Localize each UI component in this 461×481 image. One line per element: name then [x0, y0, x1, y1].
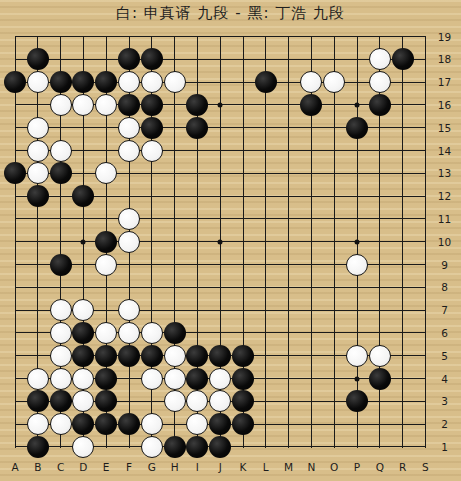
column-label: Q	[376, 461, 384, 472]
row-label: 13	[438, 168, 451, 179]
star-point	[355, 239, 360, 244]
row-label: 7	[441, 305, 448, 316]
row-label: 3	[441, 396, 448, 407]
white-stone	[95, 322, 117, 344]
white-stone	[118, 208, 140, 230]
white-stone	[50, 368, 72, 390]
white-stone	[72, 390, 94, 412]
black-stone	[232, 368, 254, 390]
white-stone	[141, 71, 163, 93]
black-stone	[72, 345, 94, 367]
black-stone	[4, 162, 26, 184]
white-stone	[50, 345, 72, 367]
black-stone	[232, 390, 254, 412]
white-stone	[186, 413, 208, 435]
column-label: G	[148, 461, 156, 472]
white-stone	[209, 390, 231, 412]
white-stone	[27, 413, 49, 435]
grid-line-vertical	[425, 37, 426, 448]
white-stone	[164, 71, 186, 93]
grid-line-vertical	[288, 37, 289, 448]
black-stone	[95, 71, 117, 93]
column-label: A	[11, 461, 18, 472]
black-stone	[141, 345, 163, 367]
black-stone	[50, 162, 72, 184]
column-label: S	[422, 461, 429, 472]
white-stone	[141, 413, 163, 435]
grid-line-horizontal	[15, 59, 426, 60]
row-label: 16	[438, 99, 451, 110]
black-stone	[255, 71, 277, 93]
black-stone	[118, 48, 140, 70]
column-label: L	[263, 461, 269, 472]
row-label: 10	[438, 236, 451, 247]
star-point	[218, 102, 223, 107]
row-label: 9	[441, 259, 448, 270]
white-stone	[186, 390, 208, 412]
column-label: N	[307, 461, 315, 472]
white-stone	[164, 345, 186, 367]
column-label: P	[354, 461, 360, 472]
black-stone	[27, 436, 49, 458]
black-stone	[346, 117, 368, 139]
black-stone	[232, 413, 254, 435]
black-stone	[4, 71, 26, 93]
white-stone	[369, 71, 391, 93]
black-stone	[186, 345, 208, 367]
white-stone	[50, 140, 72, 162]
white-stone	[141, 368, 163, 390]
black-stone	[95, 390, 117, 412]
white-stone	[118, 71, 140, 93]
row-label: 18	[438, 54, 451, 65]
black-stone	[50, 390, 72, 412]
black-stone	[209, 436, 231, 458]
black-stone	[95, 231, 117, 253]
white-stone	[50, 94, 72, 116]
star-point	[81, 239, 86, 244]
star-point	[355, 102, 360, 107]
white-stone	[50, 413, 72, 435]
white-stone	[141, 140, 163, 162]
black-stone	[186, 368, 208, 390]
black-stone	[95, 368, 117, 390]
white-stone	[118, 140, 140, 162]
black-stone	[95, 413, 117, 435]
white-stone	[141, 322, 163, 344]
grid-line-horizontal	[15, 36, 426, 37]
white-stone	[300, 71, 322, 93]
black-stone	[50, 71, 72, 93]
column-label: D	[79, 461, 87, 472]
row-label: 5	[441, 350, 448, 361]
grid-line-vertical	[265, 37, 266, 448]
white-stone	[27, 71, 49, 93]
black-stone	[27, 390, 49, 412]
black-stone	[164, 436, 186, 458]
white-stone	[118, 117, 140, 139]
white-stone	[164, 390, 186, 412]
row-label: 4	[441, 373, 448, 384]
black-stone	[186, 117, 208, 139]
white-stone	[72, 299, 94, 321]
black-stone	[27, 185, 49, 207]
white-stone	[27, 368, 49, 390]
column-label: F	[126, 461, 132, 472]
black-stone	[300, 94, 322, 116]
go-board[interactable]: ABCDEFGHIJKLMNOPQRS191817161514131211109…	[0, 0, 461, 481]
column-label: M	[284, 461, 293, 472]
column-label: E	[103, 461, 110, 472]
white-stone	[50, 299, 72, 321]
row-label: 6	[441, 327, 448, 338]
white-stone	[72, 368, 94, 390]
column-label: J	[219, 461, 222, 472]
white-stone	[50, 322, 72, 344]
black-stone	[209, 345, 231, 367]
row-label: 2	[441, 419, 448, 430]
white-stone	[346, 254, 368, 276]
white-stone	[141, 436, 163, 458]
row-label: 14	[438, 145, 451, 156]
black-stone	[186, 436, 208, 458]
black-stone	[232, 345, 254, 367]
black-stone	[186, 94, 208, 116]
column-label: B	[34, 461, 41, 472]
black-stone	[392, 48, 414, 70]
black-stone	[72, 185, 94, 207]
row-label: 19	[438, 31, 451, 42]
row-label: 17	[438, 77, 451, 88]
row-label: 11	[438, 213, 451, 224]
white-stone	[323, 71, 345, 93]
white-stone	[164, 368, 186, 390]
column-label: K	[240, 461, 247, 472]
white-stone	[27, 117, 49, 139]
white-stone	[95, 254, 117, 276]
column-label: O	[330, 461, 338, 472]
star-point	[218, 239, 223, 244]
white-stone	[95, 94, 117, 116]
black-stone	[72, 71, 94, 93]
row-label: 1	[441, 441, 448, 452]
grid-line-horizontal	[15, 287, 426, 288]
white-stone	[118, 231, 140, 253]
grid-line-horizontal	[15, 173, 426, 174]
white-stone	[27, 140, 49, 162]
black-stone	[164, 322, 186, 344]
column-label: H	[171, 461, 179, 472]
row-label: 12	[438, 191, 451, 202]
row-label: 15	[438, 122, 451, 133]
row-label: 8	[441, 282, 448, 293]
grid-line-vertical	[334, 37, 335, 448]
black-stone	[118, 94, 140, 116]
white-stone	[118, 299, 140, 321]
black-stone	[50, 254, 72, 276]
black-stone	[369, 368, 391, 390]
white-stone	[72, 436, 94, 458]
white-stone	[72, 94, 94, 116]
grid-line-vertical	[402, 37, 403, 448]
black-stone	[72, 322, 94, 344]
column-label: R	[399, 461, 406, 472]
black-stone	[346, 390, 368, 412]
grid-line-vertical	[15, 37, 16, 448]
black-stone	[95, 345, 117, 367]
column-label: C	[57, 461, 64, 472]
black-stone	[118, 413, 140, 435]
go-app-window: 白: 申真谞 九段 - 黑: 丁浩 九段 ABCDEFGHIJKLMNOPQRS…	[0, 0, 461, 481]
black-stone	[141, 117, 163, 139]
black-stone	[27, 48, 49, 70]
black-stone	[118, 345, 140, 367]
grid-line-horizontal	[15, 218, 426, 219]
black-stone	[72, 413, 94, 435]
black-stone	[141, 48, 163, 70]
white-stone	[27, 162, 49, 184]
column-label: I	[196, 461, 199, 472]
white-stone	[346, 345, 368, 367]
black-stone	[141, 94, 163, 116]
star-point	[355, 376, 360, 381]
white-stone	[95, 162, 117, 184]
black-stone	[369, 94, 391, 116]
white-stone	[118, 322, 140, 344]
white-stone	[369, 48, 391, 70]
black-stone	[209, 413, 231, 435]
grid-line-horizontal	[15, 150, 426, 151]
white-stone	[209, 368, 231, 390]
white-stone	[369, 345, 391, 367]
